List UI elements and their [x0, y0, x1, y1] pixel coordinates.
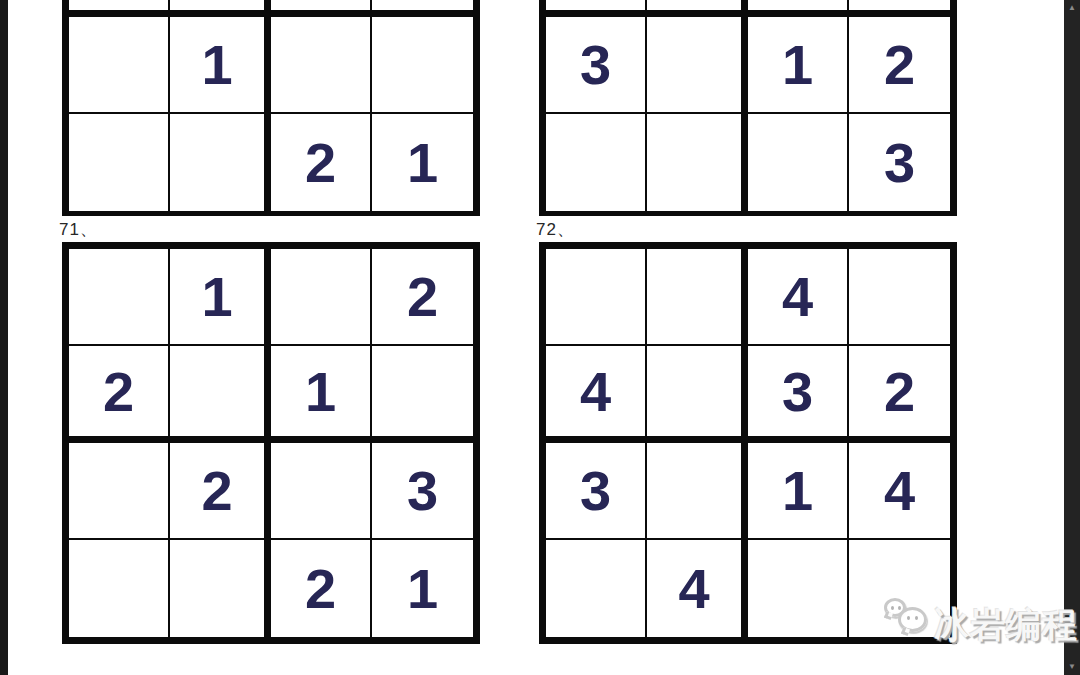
cell-r4c4: 1: [372, 540, 473, 637]
cell-r4c4: 1: [372, 114, 473, 211]
sudoku-board-top-right-clipped: 3123: [539, 0, 959, 216]
cell-r4c2: 4: [647, 540, 748, 637]
cell-r3c3: 1: [748, 443, 849, 540]
cell-r1c1: [546, 249, 647, 346]
window-left-edge: [0, 0, 8, 675]
cell-r3c1: 3: [546, 17, 647, 114]
scrollbar-track[interactable]: ▲ ▼: [1064, 0, 1080, 675]
cell-r3c1: [69, 17, 170, 114]
puzzle-72-label: 72、: [536, 218, 575, 241]
cell-r1c4: 2: [372, 249, 473, 346]
cell-r1c4: [849, 249, 950, 346]
cell-r3c4: 4: [849, 443, 950, 540]
cell-r1c1: [69, 249, 170, 346]
cell-r3c2: 1: [170, 17, 271, 114]
cell-r2c3: 3: [748, 346, 849, 443]
worksheet-page: 121 3123 71、 72、 12212321 44323144 冰岩编程 …: [0, 0, 1080, 675]
cell-r1c2: [647, 249, 748, 346]
cell-r3c4: [372, 17, 473, 114]
cell-r2c2: [170, 0, 271, 17]
cell-r3c3: 1: [748, 17, 849, 114]
cell-r3c4: 3: [372, 443, 473, 540]
sudoku-board-top-left-clipped: 121: [62, 0, 482, 216]
cell-r4c4: 3: [849, 114, 950, 211]
cell-r2c2: [647, 0, 748, 17]
cell-r3c2: [647, 443, 748, 540]
cell-r4c1: [546, 114, 647, 211]
cell-r3c3: [271, 443, 372, 540]
cell-r3c1: [69, 443, 170, 540]
cell-r2c3: 1: [271, 346, 372, 443]
cell-r4c4: [849, 540, 950, 637]
cell-r3c4: 2: [849, 17, 950, 114]
cell-r1c3: 4: [748, 249, 849, 346]
cell-r2c2: [170, 346, 271, 443]
cell-r2c3: [271, 0, 372, 17]
cell-r2c1: 4: [546, 346, 647, 443]
cell-r2c4: [849, 0, 950, 17]
cell-r1c2: 1: [170, 249, 271, 346]
cell-r3c1: 3: [546, 443, 647, 540]
puzzle-71-label: 71、: [59, 218, 98, 241]
cell-r4c2: [170, 540, 271, 637]
cell-r4c3: [748, 540, 849, 637]
cell-r3c3: [271, 17, 372, 114]
cell-r2c1: [546, 0, 647, 17]
cell-r2c2: [647, 346, 748, 443]
cell-r4c1: [69, 114, 170, 211]
cell-r2c4: [372, 346, 473, 443]
cell-r2c4: 2: [849, 346, 950, 443]
cell-r3c2: [647, 17, 748, 114]
sudoku-board-71: 12212321: [62, 242, 480, 644]
cell-r4c1: [69, 540, 170, 637]
cell-r4c1: [546, 540, 647, 637]
sudoku-board: 3123: [539, 0, 957, 216]
cell-r4c2: [170, 114, 271, 211]
cell-r4c3: 2: [271, 114, 372, 211]
cell-r1c3: [271, 249, 372, 346]
cell-r4c3: [748, 114, 849, 211]
sudoku-board: 121: [62, 0, 480, 216]
cell-r4c3: 2: [271, 540, 372, 637]
cell-r2c3: [748, 0, 849, 17]
scroll-up-icon[interactable]: ▲: [1064, 3, 1080, 13]
cell-r2c1: 2: [69, 346, 170, 443]
cell-r4c2: [647, 114, 748, 211]
cell-r2c4: [372, 0, 473, 17]
cell-r2c1: [69, 0, 170, 17]
sudoku-board-72: 44323144: [539, 242, 957, 644]
scroll-down-icon[interactable]: ▼: [1064, 662, 1080, 672]
cell-r3c2: 2: [170, 443, 271, 540]
